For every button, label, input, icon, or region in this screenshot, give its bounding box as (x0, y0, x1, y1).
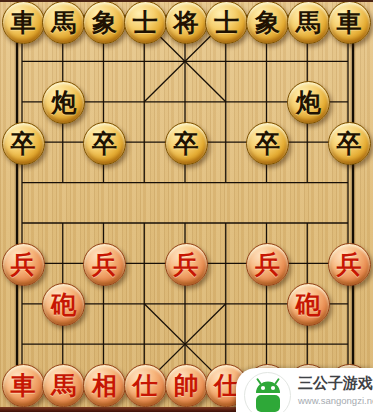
piece-red-chariot-a1[interactable]: 車 (2, 364, 45, 407)
piece-black-soldier-a7[interactable]: 卒 (2, 122, 45, 165)
piece-red-cannon-h3[interactable]: 砲 (287, 283, 330, 326)
piece-red-soldier-e4[interactable]: 兵 (165, 243, 208, 286)
piece-black-soldier-i7[interactable]: 卒 (328, 122, 371, 165)
piece-black-advisor-d10[interactable]: 士 (124, 1, 167, 44)
piece-black-cannon-h8[interactable]: 炮 (287, 81, 330, 124)
piece-red-general-e1[interactable]: 帥 (165, 364, 208, 407)
piece-black-advisor-f10[interactable]: 士 (205, 1, 248, 44)
piece-black-general-e10[interactable]: 将 (165, 1, 208, 44)
board-grid-lines (0, 0, 373, 412)
piece-black-elephant-g10[interactable]: 象 (246, 1, 289, 44)
piece-red-advisor-d1[interactable]: 仕 (124, 364, 167, 407)
piece-red-soldier-i4[interactable]: 兵 (328, 243, 371, 286)
piece-black-chariot-i10[interactable]: 車 (328, 1, 371, 44)
piece-black-horse-b10[interactable]: 馬 (42, 1, 85, 44)
watermark-site-name: 三公子游戏网 (298, 374, 370, 393)
piece-black-soldier-c7[interactable]: 卒 (83, 122, 126, 165)
piece-red-soldier-c4[interactable]: 兵 (83, 243, 126, 286)
piece-black-soldier-g7[interactable]: 卒 (246, 122, 289, 165)
piece-black-elephant-c10[interactable]: 象 (83, 1, 126, 44)
watermark-text: 三公子游戏网 www.sangongzi.net (298, 374, 370, 406)
watermark-badge: 三公子游戏网 www.sangongzi.net (236, 368, 373, 412)
xiangqi-board[interactable]: 車馬象士将士象馬車炮炮卒卒卒卒卒兵兵兵兵兵砲砲車馬相仕帥仕相馬車 (0, 0, 373, 412)
android-robot-icon (244, 372, 291, 412)
piece-red-elephant-c1[interactable]: 相 (83, 364, 126, 407)
piece-black-chariot-a10[interactable]: 車 (2, 1, 45, 44)
screen-edge-top (0, 0, 373, 2)
xiangqi-game-screen: 車馬象士将士象馬車炮炮卒卒卒卒卒兵兵兵兵兵砲砲車馬相仕帥仕相馬車 三公子游戏网 … (0, 0, 373, 412)
piece-black-horse-h10[interactable]: 馬 (287, 1, 330, 44)
piece-red-soldier-a4[interactable]: 兵 (2, 243, 45, 286)
piece-black-soldier-e7[interactable]: 卒 (165, 122, 208, 165)
piece-red-soldier-g4[interactable]: 兵 (246, 243, 289, 286)
watermark-site-url: www.sangongzi.net (298, 395, 370, 406)
